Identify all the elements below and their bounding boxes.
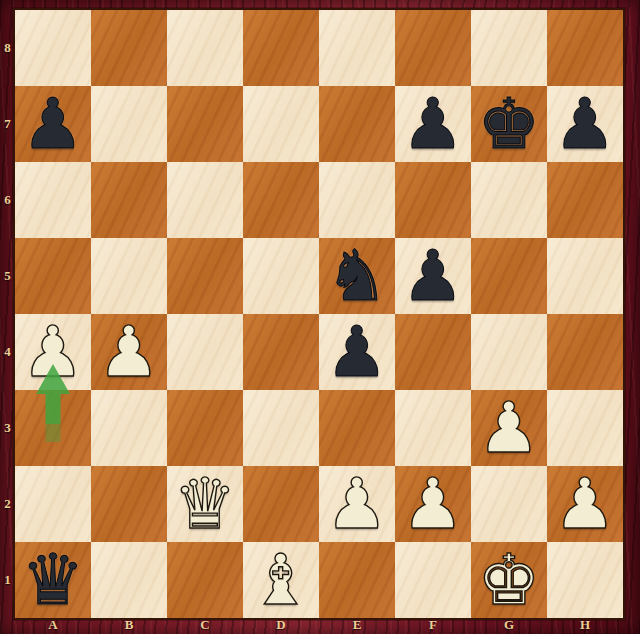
- white-pawn[interactable]: ♟: [98, 314, 161, 390]
- square-b8[interactable]: [91, 10, 167, 86]
- square-b2[interactable]: [91, 466, 167, 542]
- square-d2[interactable]: [243, 466, 319, 542]
- white-queen[interactable]: ♛: [174, 466, 237, 542]
- square-c8[interactable]: [167, 10, 243, 86]
- black-pawn[interactable]: ♟: [402, 86, 465, 162]
- square-h7[interactable]: ♟: [547, 86, 623, 162]
- rank-label-6: 6: [0, 162, 15, 238]
- square-f4[interactable]: [395, 314, 471, 390]
- square-h2[interactable]: ♟: [547, 466, 623, 542]
- square-h3[interactable]: [547, 390, 623, 466]
- rank-label-4: 4: [0, 314, 15, 390]
- rank-label-8: 8: [0, 10, 15, 86]
- square-g2[interactable]: [471, 466, 547, 542]
- square-a2[interactable]: [15, 466, 91, 542]
- square-e4[interactable]: ♟: [319, 314, 395, 390]
- black-knight[interactable]: ♞: [326, 238, 389, 314]
- square-a3[interactable]: [15, 390, 91, 466]
- file-label-e: E: [319, 617, 395, 634]
- board-frame: ♟♟♚♟♞♟♟♟♟♟♛♟♟♟♛♝♚ 87654321ABCDEFGH: [0, 0, 640, 634]
- square-d1[interactable]: ♝: [243, 542, 319, 618]
- square-g3[interactable]: ♟: [471, 390, 547, 466]
- square-c3[interactable]: [167, 390, 243, 466]
- square-c6[interactable]: [167, 162, 243, 238]
- rank-label-1: 1: [0, 542, 15, 618]
- square-f2[interactable]: ♟: [395, 466, 471, 542]
- square-a1[interactable]: ♛: [15, 542, 91, 618]
- square-h4[interactable]: [547, 314, 623, 390]
- square-d8[interactable]: [243, 10, 319, 86]
- square-h6[interactable]: [547, 162, 623, 238]
- square-g8[interactable]: [471, 10, 547, 86]
- file-label-b: B: [91, 617, 167, 634]
- white-pawn[interactable]: ♟: [326, 466, 389, 542]
- square-d5[interactable]: [243, 238, 319, 314]
- square-c5[interactable]: [167, 238, 243, 314]
- square-e7[interactable]: [319, 86, 395, 162]
- black-king[interactable]: ♚: [478, 86, 541, 162]
- square-c2[interactable]: ♛: [167, 466, 243, 542]
- square-e5[interactable]: ♞: [319, 238, 395, 314]
- black-pawn[interactable]: ♟: [554, 86, 617, 162]
- square-f6[interactable]: [395, 162, 471, 238]
- white-pawn[interactable]: ♟: [478, 390, 541, 466]
- square-b5[interactable]: [91, 238, 167, 314]
- square-g1[interactable]: ♚: [471, 542, 547, 618]
- square-d7[interactable]: [243, 86, 319, 162]
- square-a5[interactable]: [15, 238, 91, 314]
- chess-board: ♟♟♚♟♞♟♟♟♟♟♛♟♟♟♛♝♚: [15, 10, 623, 618]
- square-e6[interactable]: [319, 162, 395, 238]
- square-f3[interactable]: [395, 390, 471, 466]
- square-a7[interactable]: ♟: [15, 86, 91, 162]
- square-e1[interactable]: [319, 542, 395, 618]
- file-label-f: F: [395, 617, 471, 634]
- square-a4[interactable]: ♟: [15, 314, 91, 390]
- rank-label-7: 7: [0, 86, 15, 162]
- file-label-c: C: [167, 617, 243, 634]
- white-pawn[interactable]: ♟: [22, 314, 85, 390]
- white-pawn[interactable]: ♟: [402, 466, 465, 542]
- square-c7[interactable]: [167, 86, 243, 162]
- black-queen[interactable]: ♛: [22, 542, 85, 618]
- square-c1[interactable]: [167, 542, 243, 618]
- square-a8[interactable]: [15, 10, 91, 86]
- square-a6[interactable]: [15, 162, 91, 238]
- white-bishop[interactable]: ♝: [250, 542, 313, 618]
- square-b7[interactable]: [91, 86, 167, 162]
- square-g4[interactable]: [471, 314, 547, 390]
- square-h8[interactable]: [547, 10, 623, 86]
- black-pawn[interactable]: ♟: [402, 238, 465, 314]
- square-g5[interactable]: [471, 238, 547, 314]
- square-e3[interactable]: [319, 390, 395, 466]
- black-pawn[interactable]: ♟: [326, 314, 389, 390]
- rank-label-5: 5: [0, 238, 15, 314]
- square-f5[interactable]: ♟: [395, 238, 471, 314]
- square-f8[interactable]: [395, 10, 471, 86]
- square-c4[interactable]: [167, 314, 243, 390]
- white-king[interactable]: ♚: [478, 542, 541, 618]
- square-g7[interactable]: ♚: [471, 86, 547, 162]
- square-b3[interactable]: [91, 390, 167, 466]
- square-f7[interactable]: ♟: [395, 86, 471, 162]
- square-e2[interactable]: ♟: [319, 466, 395, 542]
- square-d3[interactable]: [243, 390, 319, 466]
- square-b6[interactable]: [91, 162, 167, 238]
- file-label-h: H: [547, 617, 623, 634]
- square-g6[interactable]: [471, 162, 547, 238]
- square-e8[interactable]: [319, 10, 395, 86]
- rank-label-3: 3: [0, 390, 15, 466]
- rank-label-2: 2: [0, 466, 15, 542]
- square-d4[interactable]: [243, 314, 319, 390]
- black-pawn[interactable]: ♟: [22, 86, 85, 162]
- white-pawn[interactable]: ♟: [554, 466, 617, 542]
- square-b4[interactable]: ♟: [91, 314, 167, 390]
- square-d6[interactable]: [243, 162, 319, 238]
- square-f1[interactable]: [395, 542, 471, 618]
- square-b1[interactable]: [91, 542, 167, 618]
- square-h1[interactable]: [547, 542, 623, 618]
- square-h5[interactable]: [547, 238, 623, 314]
